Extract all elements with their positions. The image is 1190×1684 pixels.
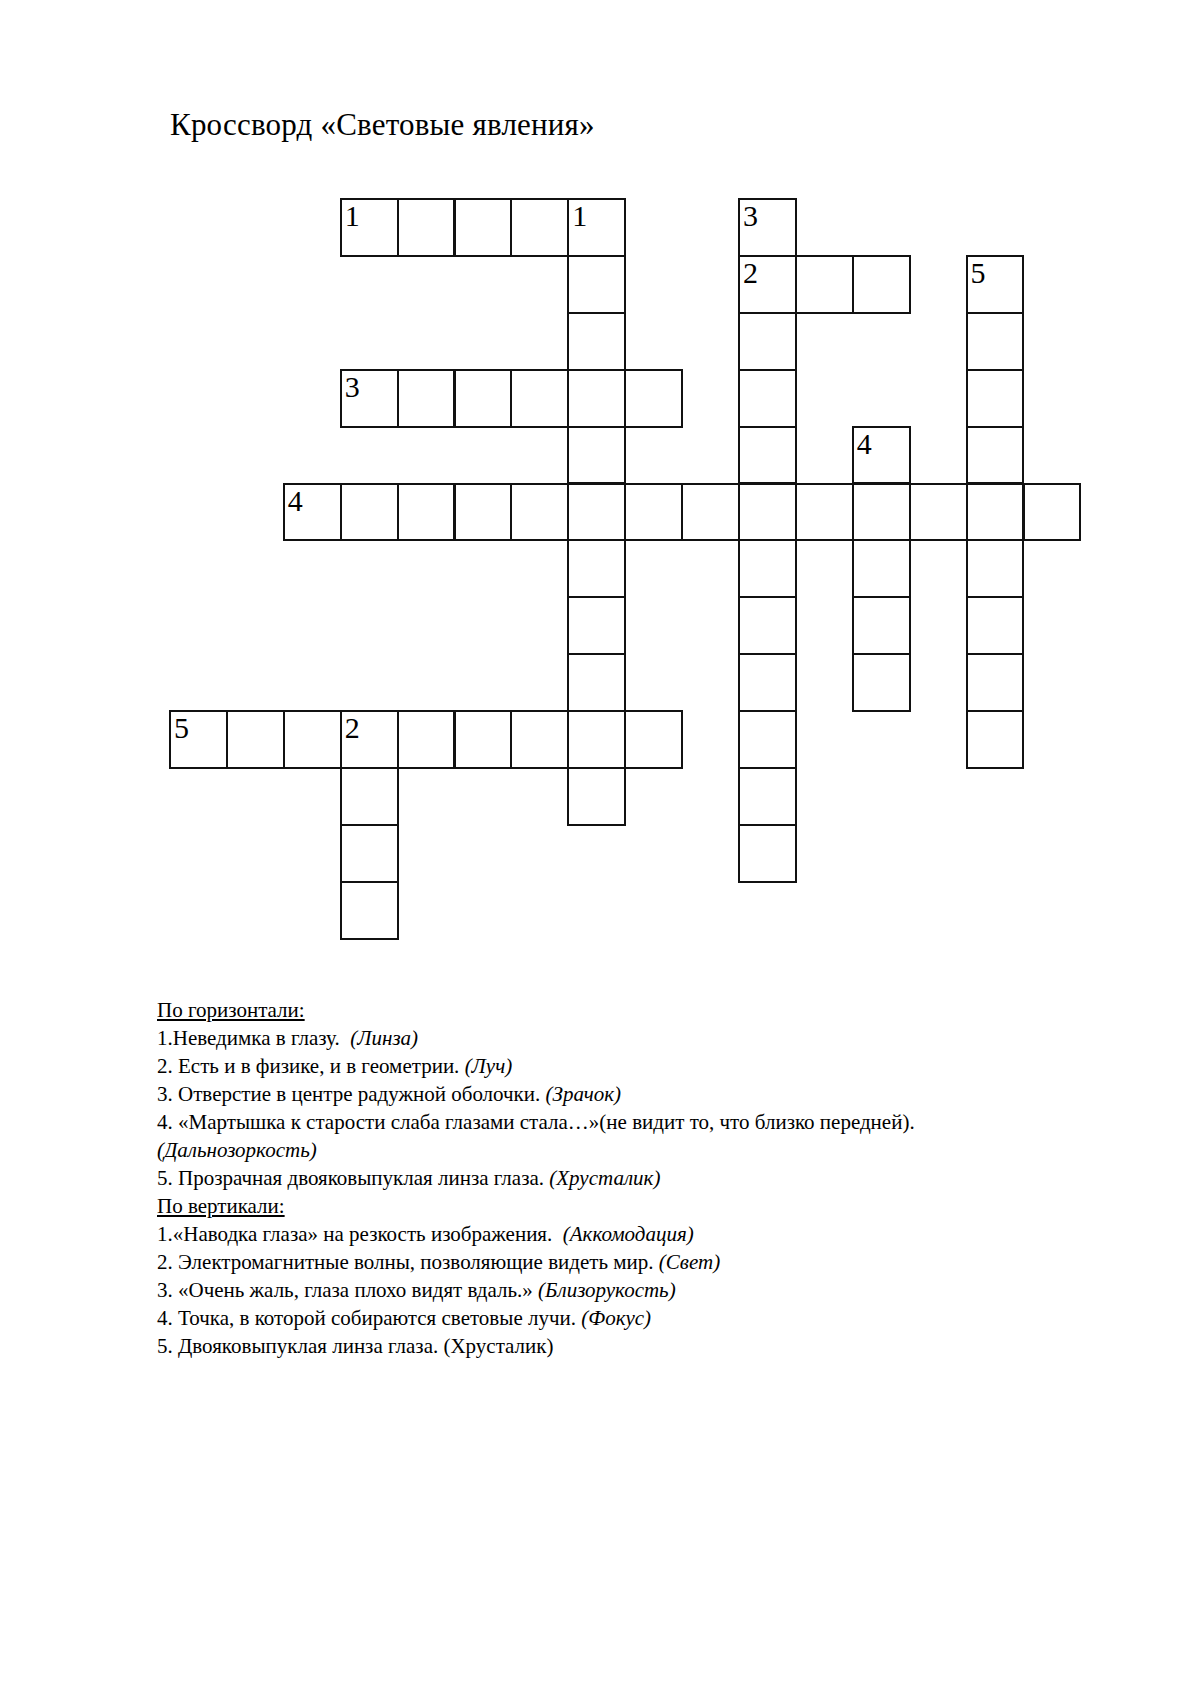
clue-text: 1.Неведимка в глазу. bbox=[157, 1026, 350, 1050]
grid-cell-r6c14[interactable] bbox=[966, 539, 1025, 598]
grid-cell-r7c10[interactable] bbox=[738, 596, 797, 655]
clue-line: По горизонтали: bbox=[157, 996, 1077, 1024]
clue-number: 4 bbox=[857, 429, 872, 459]
grid-cell-r3c4[interactable] bbox=[397, 369, 456, 428]
grid-cell-r5c5[interactable] bbox=[454, 483, 513, 542]
grid-cell-r5c15[interactable] bbox=[1023, 483, 1082, 542]
clue-number: 1 bbox=[572, 201, 587, 231]
grid-cell-r7c7[interactable] bbox=[567, 596, 626, 655]
clue-text: 4. «Мартышка к старости слаба глазами ст… bbox=[157, 1110, 915, 1134]
clue-answer: (Фокус) bbox=[581, 1306, 651, 1330]
grid-cell-r9c8[interactable] bbox=[624, 710, 683, 769]
grid-cell-r1c10[interactable]: 2 bbox=[738, 255, 797, 314]
clue-number: 1 bbox=[345, 201, 360, 231]
grid-cell-r12c3[interactable] bbox=[340, 881, 399, 940]
grid-cell-r5c12[interactable] bbox=[852, 483, 911, 542]
clue-answer: (Близорукость) bbox=[538, 1278, 676, 1302]
grid-cell-r5c6[interactable] bbox=[510, 483, 569, 542]
clue-text: 3. «Очень жаль, глаза плохо видят вдаль.… bbox=[157, 1278, 538, 1302]
grid-cell-r7c12[interactable] bbox=[852, 596, 911, 655]
grid-cell-r5c7[interactable] bbox=[567, 483, 626, 542]
grid-cell-r0c3[interactable]: 1 bbox=[340, 198, 399, 257]
grid-cell-r8c14[interactable] bbox=[966, 653, 1025, 712]
grid-cell-r5c11[interactable] bbox=[795, 483, 854, 542]
crossword-grid: 1132534452 bbox=[169, 198, 1082, 940]
grid-cell-r11c10[interactable] bbox=[738, 824, 797, 883]
clue-text: 1.«Наводка глаза» на резкость изображени… bbox=[157, 1222, 563, 1246]
clue-line: 4. Точка, в которой собираются световые … bbox=[157, 1304, 1077, 1332]
grid-cell-r9c14[interactable] bbox=[966, 710, 1025, 769]
grid-cell-r10c10[interactable] bbox=[738, 767, 797, 826]
clue-text: 2. Электромагнитные волны, позволяющие в… bbox=[157, 1250, 659, 1274]
grid-cell-r3c6[interactable] bbox=[510, 369, 569, 428]
grid-cell-r9c0[interactable]: 5 bbox=[169, 710, 228, 769]
clue-line: 5. Двояковыпуклая линза глаза. (Хрустали… bbox=[157, 1332, 1077, 1360]
clue-text: 4. Точка, в которой собираются световые … bbox=[157, 1306, 581, 1330]
grid-cell-r3c5[interactable] bbox=[454, 369, 513, 428]
grid-cell-r4c7[interactable] bbox=[567, 426, 626, 485]
clue-line: 2. Электромагнитные волны, позволяющие в… bbox=[157, 1248, 1077, 1276]
grid-cell-r2c7[interactable] bbox=[567, 312, 626, 371]
clue-line: По вертикали: bbox=[157, 1192, 1077, 1220]
grid-cell-r5c3[interactable] bbox=[340, 483, 399, 542]
clue-answer: (Аккомодация) bbox=[563, 1222, 694, 1246]
grid-cell-r9c3[interactable]: 2 bbox=[340, 710, 399, 769]
grid-cell-r0c6[interactable] bbox=[510, 198, 569, 257]
grid-cell-r0c10[interactable]: 3 bbox=[738, 198, 797, 257]
clue-text: 2. Есть и в физике, и в геометрии. bbox=[157, 1054, 465, 1078]
grid-cell-r9c6[interactable] bbox=[510, 710, 569, 769]
clue-answer: (Хрусталик) bbox=[549, 1166, 660, 1190]
grid-cell-r5c13[interactable] bbox=[909, 483, 968, 542]
grid-cell-r8c7[interactable] bbox=[567, 653, 626, 712]
clue-line: 4. «Мартышка к старости слаба глазами ст… bbox=[157, 1108, 1077, 1136]
clue-text: 5. Прозрачная двояковыпуклая линза глаза… bbox=[157, 1166, 549, 1190]
clue-line: 2. Есть и в физике, и в геометрии. (Луч) bbox=[157, 1052, 1077, 1080]
clue-line: 3. Отверстие в центре радужной оболочки.… bbox=[157, 1080, 1077, 1108]
clue-text: 5. Двояковыпуклая линза глаза. (Хрустали… bbox=[157, 1334, 554, 1358]
clue-number: 3 bbox=[345, 372, 360, 402]
clue-line: 5. Прозрачная двояковыпуклая линза глаза… bbox=[157, 1164, 1077, 1192]
clue-answer: (Линза) bbox=[350, 1026, 418, 1050]
grid-cell-r3c10[interactable] bbox=[738, 369, 797, 428]
clue-number: 4 bbox=[288, 486, 303, 516]
clue-number: 3 bbox=[743, 201, 758, 231]
clue-number: 2 bbox=[345, 713, 360, 743]
grid-cell-r2c10[interactable] bbox=[738, 312, 797, 371]
grid-cell-r6c12[interactable] bbox=[852, 539, 911, 598]
grid-cell-r6c7[interactable] bbox=[567, 539, 626, 598]
clue-number: 5 bbox=[971, 258, 986, 288]
clue-line: (Дальнозоркость) bbox=[157, 1136, 1077, 1164]
grid-cell-r10c7[interactable] bbox=[567, 767, 626, 826]
clue-answer: (Зрачок) bbox=[546, 1082, 621, 1106]
grid-cell-r4c14[interactable] bbox=[966, 426, 1025, 485]
grid-cell-r1c11[interactable] bbox=[795, 255, 854, 314]
clue-line: 1.«Наводка глаза» на резкость изображени… bbox=[157, 1220, 1077, 1248]
grid-cell-r3c3[interactable]: 3 bbox=[340, 369, 399, 428]
grid-cell-r1c12[interactable] bbox=[852, 255, 911, 314]
grid-cell-r5c14[interactable] bbox=[966, 483, 1025, 542]
page: Кроссворд «Световые явления» 1132534452 … bbox=[0, 0, 1190, 1684]
grid-cell-r3c8[interactable] bbox=[624, 369, 683, 428]
grid-cell-r9c5[interactable] bbox=[454, 710, 513, 769]
grid-cell-r8c10[interactable] bbox=[738, 653, 797, 712]
grid-cell-r8c12[interactable] bbox=[852, 653, 911, 712]
grid-cell-r3c7[interactable] bbox=[567, 369, 626, 428]
grid-cell-r1c7[interactable] bbox=[567, 255, 626, 314]
grid-cell-r0c4[interactable] bbox=[397, 198, 456, 257]
clue-text: 3. Отверстие в центре радужной оболочки. bbox=[157, 1082, 546, 1106]
grid-cell-r0c7[interactable]: 1 bbox=[567, 198, 626, 257]
grid-cell-r5c2[interactable]: 4 bbox=[283, 483, 342, 542]
clue-answer: (Луч) bbox=[465, 1054, 513, 1078]
clue-text: По горизонтали: bbox=[157, 998, 305, 1022]
clue-answer: (Свет) bbox=[659, 1250, 720, 1274]
grid-cell-r10c3[interactable] bbox=[340, 767, 399, 826]
grid-cell-r7c14[interactable] bbox=[966, 596, 1025, 655]
grid-cell-r9c7[interactable] bbox=[567, 710, 626, 769]
clue-line: 3. «Очень жаль, глаза плохо видят вдаль.… bbox=[157, 1276, 1077, 1304]
grid-cell-r11c3[interactable] bbox=[340, 824, 399, 883]
grid-cell-r9c2[interactable] bbox=[283, 710, 342, 769]
grid-cell-r9c4[interactable] bbox=[397, 710, 456, 769]
clues-section: По горизонтали:1.Неведимка в глазу. (Лин… bbox=[157, 996, 1077, 1360]
clue-line: 1.Неведимка в глазу. (Линза) bbox=[157, 1024, 1077, 1052]
grid-cell-r9c10[interactable] bbox=[738, 710, 797, 769]
grid-cell-r1c14[interactable]: 5 bbox=[966, 255, 1025, 314]
grid-cell-r4c12[interactable]: 4 bbox=[852, 426, 911, 485]
grid-cell-r5c4[interactable] bbox=[397, 483, 456, 542]
grid-cell-r2c14[interactable] bbox=[966, 312, 1025, 371]
grid-cell-r0c5[interactable] bbox=[454, 198, 513, 257]
grid-cell-r9c1[interactable] bbox=[226, 710, 285, 769]
grid-cell-r5c8[interactable] bbox=[624, 483, 683, 542]
grid-cell-r6c10[interactable] bbox=[738, 539, 797, 598]
grid-cell-r5c10[interactable] bbox=[738, 483, 797, 542]
clue-answer: (Дальнозоркость) bbox=[157, 1138, 317, 1162]
grid-cell-r3c14[interactable] bbox=[966, 369, 1025, 428]
clue-number: 2 bbox=[743, 258, 758, 288]
page-title: Кроссворд «Световые явления» bbox=[170, 108, 595, 142]
grid-cell-r5c9[interactable] bbox=[681, 483, 740, 542]
clue-number: 5 bbox=[174, 713, 189, 743]
grid-cell-r4c10[interactable] bbox=[738, 426, 797, 485]
clue-text: По вертикали: bbox=[157, 1194, 285, 1218]
